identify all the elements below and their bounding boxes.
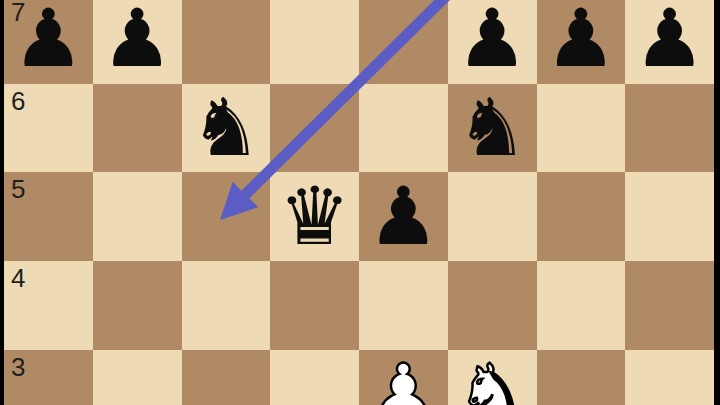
square-e3[interactable]: ♟ <box>359 350 448 405</box>
square-h6[interactable] <box>625 84 714 173</box>
square-a7[interactable]: 7♟ <box>4 0 93 84</box>
square-a3[interactable]: 3 <box>4 350 93 405</box>
rank-label-4: 4 <box>11 265 25 291</box>
square-a4[interactable]: 4 <box>4 261 93 350</box>
rank-label-7: 7 <box>11 0 25 25</box>
black-queen-d5[interactable]: ♛ <box>279 177 351 257</box>
square-f4[interactable] <box>448 261 537 350</box>
black-pawn-g7[interactable]: ♟ <box>545 0 617 79</box>
rank-label-5: 5 <box>11 176 25 202</box>
square-c7[interactable] <box>182 0 271 84</box>
square-a6[interactable]: 6 <box>4 84 93 173</box>
square-d5[interactable]: ♛ <box>270 172 359 261</box>
square-c6[interactable]: ♞ <box>182 84 271 173</box>
black-pawn-h7[interactable]: ♟ <box>634 0 706 79</box>
square-d7[interactable] <box>270 0 359 84</box>
square-e7[interactable] <box>359 0 448 84</box>
square-g4[interactable] <box>537 261 626 350</box>
square-f5[interactable] <box>448 172 537 261</box>
square-h4[interactable] <box>625 261 714 350</box>
white-pawn-e3[interactable]: ♟ <box>368 354 440 405</box>
square-e4[interactable] <box>359 261 448 350</box>
black-knight-f6[interactable]: ♞ <box>456 88 528 168</box>
square-d3[interactable] <box>270 350 359 405</box>
black-pawn-e5[interactable]: ♟ <box>368 177 440 257</box>
black-knight-c6[interactable]: ♞ <box>190 88 262 168</box>
square-g6[interactable] <box>537 84 626 173</box>
black-pawn-b7[interactable]: ♟ <box>101 0 173 79</box>
square-b6[interactable] <box>93 84 182 173</box>
square-c4[interactable] <box>182 261 271 350</box>
square-h3[interactable] <box>625 350 714 405</box>
square-b4[interactable] <box>93 261 182 350</box>
square-e6[interactable] <box>359 84 448 173</box>
square-c5[interactable] <box>182 172 271 261</box>
square-g3[interactable] <box>537 350 626 405</box>
square-f7[interactable]: ♟ <box>448 0 537 84</box>
square-f6[interactable]: ♞ <box>448 84 537 173</box>
square-b5[interactable] <box>93 172 182 261</box>
rank-label-3: 3 <box>11 354 25 380</box>
square-b3[interactable] <box>93 350 182 405</box>
square-g5[interactable] <box>537 172 626 261</box>
chess-board-viewport: 7♟♟♟♟♟6♞♞5♛♟43♟♞ <box>0 0 720 405</box>
square-d4[interactable] <box>270 261 359 350</box>
black-pawn-f7[interactable]: ♟ <box>456 0 528 79</box>
square-b7[interactable]: ♟ <box>93 0 182 84</box>
square-a5[interactable]: 5 <box>4 172 93 261</box>
chess-board: 7♟♟♟♟♟6♞♞5♛♟43♟♞ <box>4 0 714 405</box>
square-f3[interactable]: ♞ <box>448 350 537 405</box>
rank-label-6: 6 <box>11 88 25 114</box>
square-g7[interactable]: ♟ <box>537 0 626 84</box>
square-h7[interactable]: ♟ <box>625 0 714 84</box>
square-e5[interactable]: ♟ <box>359 172 448 261</box>
white-knight-f3[interactable]: ♞ <box>456 354 528 405</box>
square-c3[interactable] <box>182 350 271 405</box>
square-h5[interactable] <box>625 172 714 261</box>
square-d6[interactable] <box>270 84 359 173</box>
